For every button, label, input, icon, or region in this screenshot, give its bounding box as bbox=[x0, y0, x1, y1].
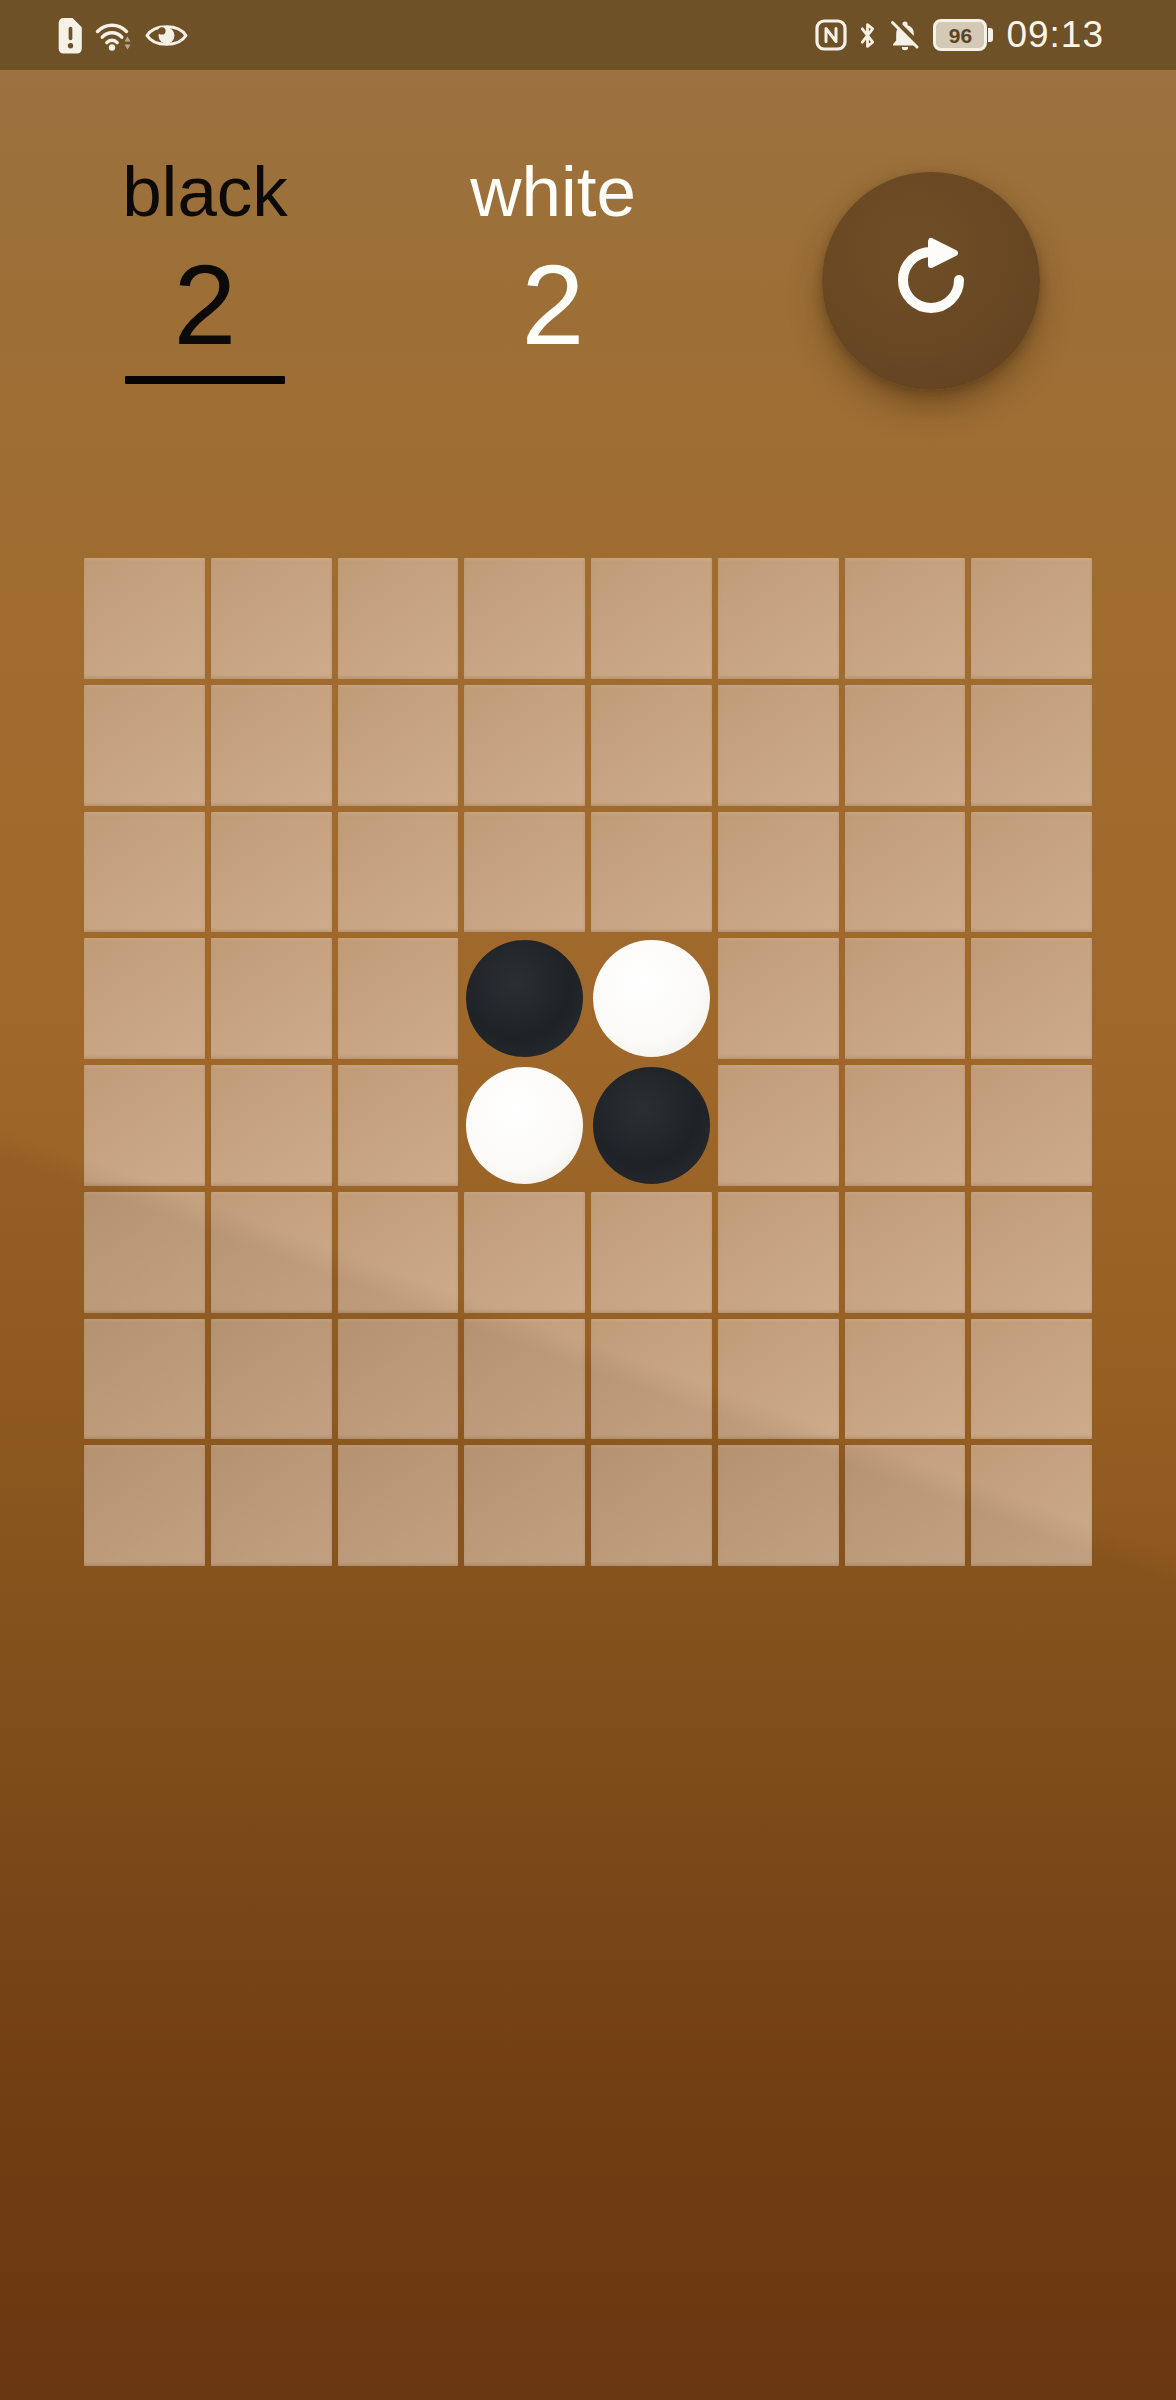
restart-button[interactable] bbox=[822, 172, 1040, 390]
board-cell[interactable] bbox=[718, 1445, 839, 1566]
board-cell[interactable] bbox=[338, 1319, 459, 1440]
board-cell[interactable] bbox=[211, 558, 332, 679]
black-score-value: 2 bbox=[174, 242, 237, 368]
board-cell[interactable] bbox=[464, 938, 585, 1059]
bluetooth-icon bbox=[858, 20, 877, 51]
board-cell[interactable] bbox=[211, 1445, 332, 1566]
board-cell[interactable] bbox=[211, 938, 332, 1059]
board-cell[interactable] bbox=[464, 812, 585, 933]
board-cell[interactable] bbox=[338, 812, 459, 933]
board-cell[interactable] bbox=[84, 938, 205, 1059]
board-cell[interactable] bbox=[464, 1445, 585, 1566]
board-cell[interactable] bbox=[845, 1319, 966, 1440]
turn-indicator-underline bbox=[125, 376, 285, 384]
board-cell[interactable] bbox=[591, 685, 712, 806]
board-cell[interactable] bbox=[84, 1192, 205, 1313]
board-cell[interactable] bbox=[591, 812, 712, 933]
board-cell[interactable] bbox=[338, 685, 459, 806]
board-cell[interactable] bbox=[84, 1065, 205, 1186]
board-cell[interactable] bbox=[591, 1319, 712, 1440]
board-cell[interactable] bbox=[338, 938, 459, 1059]
battery-percent: 96 bbox=[949, 25, 972, 46]
board-cell[interactable] bbox=[845, 558, 966, 679]
board-cell[interactable] bbox=[338, 1065, 459, 1186]
white-score-column: white 2 bbox=[453, 150, 653, 384]
board-cell[interactable] bbox=[591, 938, 712, 1059]
board-cell[interactable] bbox=[84, 1445, 205, 1566]
status-bar: 96 09:13 bbox=[0, 0, 1176, 70]
board-cell[interactable] bbox=[718, 1319, 839, 1440]
board bbox=[84, 558, 1092, 1566]
board-cell[interactable] bbox=[464, 558, 585, 679]
black-disc bbox=[466, 940, 583, 1057]
board-cell[interactable] bbox=[971, 1319, 1092, 1440]
status-left-icons bbox=[58, 17, 188, 54]
board-cell[interactable] bbox=[464, 1319, 585, 1440]
board-cell[interactable] bbox=[211, 1319, 332, 1440]
notifications-off-icon bbox=[888, 19, 922, 51]
board-cell[interactable] bbox=[845, 938, 966, 1059]
board-cell[interactable] bbox=[84, 1319, 205, 1440]
board-cell[interactable] bbox=[971, 1065, 1092, 1186]
status-right-cluster: 96 09:13 bbox=[815, 14, 1104, 56]
board-cell[interactable] bbox=[718, 938, 839, 1059]
board-cell[interactable] bbox=[211, 685, 332, 806]
wifi-icon bbox=[94, 18, 134, 52]
board-cell[interactable] bbox=[971, 1445, 1092, 1566]
white-player-label: white bbox=[470, 150, 636, 234]
black-player-label: black bbox=[122, 150, 288, 234]
white-score-value: 2 bbox=[522, 242, 585, 368]
board-cell[interactable] bbox=[718, 1192, 839, 1313]
board-cell[interactable] bbox=[718, 1065, 839, 1186]
board-cell[interactable] bbox=[591, 1192, 712, 1313]
board-cell[interactable] bbox=[84, 685, 205, 806]
board-cell[interactable] bbox=[845, 1192, 966, 1313]
board-cell[interactable] bbox=[971, 685, 1092, 806]
board-cell[interactable] bbox=[718, 558, 839, 679]
board-cell[interactable] bbox=[338, 1445, 459, 1566]
board-cell[interactable] bbox=[84, 812, 205, 933]
black-disc bbox=[593, 1067, 710, 1184]
board-cell[interactable] bbox=[464, 1065, 585, 1186]
board-cell[interactable] bbox=[845, 1445, 966, 1566]
battery-cap bbox=[988, 28, 993, 42]
board-cell[interactable] bbox=[971, 938, 1092, 1059]
board-cell[interactable] bbox=[464, 1192, 585, 1313]
board-cell[interactable] bbox=[718, 685, 839, 806]
board-cell[interactable] bbox=[971, 812, 1092, 933]
refresh-icon bbox=[883, 232, 979, 331]
board-cell[interactable] bbox=[84, 558, 205, 679]
board-cell[interactable] bbox=[591, 558, 712, 679]
sim-alert-icon bbox=[58, 17, 83, 54]
board-cell[interactable] bbox=[211, 812, 332, 933]
board-cell[interactable] bbox=[591, 1445, 712, 1566]
status-clock: 09:13 bbox=[1006, 14, 1104, 56]
board-cell[interactable] bbox=[464, 685, 585, 806]
board-cell[interactable] bbox=[971, 558, 1092, 679]
board-cell[interactable] bbox=[718, 812, 839, 933]
board-cell[interactable] bbox=[971, 1192, 1092, 1313]
board-cell[interactable] bbox=[211, 1192, 332, 1313]
battery-icon: 96 bbox=[933, 19, 987, 51]
board-cell[interactable] bbox=[591, 1065, 712, 1186]
black-score-column: black 2 bbox=[105, 150, 305, 384]
white-disc bbox=[466, 1067, 583, 1184]
screen: 96 09:13 black 2 white 2 bbox=[0, 0, 1176, 2400]
board-cell[interactable] bbox=[845, 812, 966, 933]
board-cell[interactable] bbox=[845, 1065, 966, 1186]
white-disc bbox=[593, 940, 710, 1057]
eye-comfort-icon bbox=[145, 20, 188, 51]
board-cell[interactable] bbox=[338, 1192, 459, 1313]
board-cell[interactable] bbox=[211, 1065, 332, 1186]
nfc-icon bbox=[815, 19, 847, 51]
board-cell[interactable] bbox=[338, 558, 459, 679]
board-cell[interactable] bbox=[845, 685, 966, 806]
